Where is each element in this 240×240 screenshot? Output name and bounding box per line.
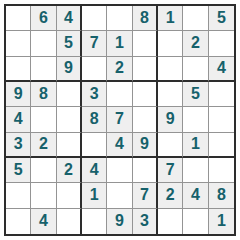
- cell-r6c1[interactable]: 3: [6, 133, 31, 158]
- cell-r9c6[interactable]: 3: [133, 209, 158, 234]
- cell-r7c6[interactable]: [133, 158, 158, 183]
- cell-r5c3[interactable]: [57, 107, 82, 132]
- cell-r5c1[interactable]: 4: [6, 107, 31, 132]
- cell-r6c3[interactable]: [57, 133, 82, 158]
- cell-r4c7[interactable]: [158, 82, 183, 107]
- cell-r7c3[interactable]: 2: [57, 158, 82, 183]
- cell-r9c7[interactable]: [158, 209, 183, 234]
- cell-r3c4[interactable]: [82, 57, 107, 82]
- cell-r3c5[interactable]: 2: [107, 57, 132, 82]
- cell-r3c2[interactable]: [31, 57, 56, 82]
- cell-r1c8[interactable]: [183, 6, 208, 31]
- cell-r8c2[interactable]: [31, 183, 56, 208]
- cell-r5c5[interactable]: 7: [107, 107, 132, 132]
- cell-r5c7[interactable]: 9: [158, 107, 183, 132]
- cell-r9c5[interactable]: 9: [107, 209, 132, 234]
- cell-r4c2[interactable]: 8: [31, 82, 56, 107]
- cell-r3c8[interactable]: [183, 57, 208, 82]
- cell-r9c9[interactable]: 1: [209, 209, 234, 234]
- cell-r9c1[interactable]: [6, 209, 31, 234]
- cell-r2c6[interactable]: [133, 31, 158, 56]
- cell-r1c6[interactable]: 8: [133, 6, 158, 31]
- cell-r5c8[interactable]: [183, 107, 208, 132]
- cell-r1c1[interactable]: [6, 6, 31, 31]
- cell-r7c4[interactable]: 4: [82, 158, 107, 183]
- cell-r7c5[interactable]: [107, 158, 132, 183]
- cell-r8c8[interactable]: 4: [183, 183, 208, 208]
- cell-r6c7[interactable]: [158, 133, 183, 158]
- cell-r4c9[interactable]: [209, 82, 234, 107]
- cell-r2c8[interactable]: 2: [183, 31, 208, 56]
- cell-r2c3[interactable]: 5: [57, 31, 82, 56]
- cell-r4c6[interactable]: [133, 82, 158, 107]
- cell-r3c7[interactable]: [158, 57, 183, 82]
- cell-r7c1[interactable]: 5: [6, 158, 31, 183]
- cell-r2c1[interactable]: [6, 31, 31, 56]
- cell-r3c1[interactable]: [6, 57, 31, 82]
- cell-r7c2[interactable]: [31, 158, 56, 183]
- cell-r7c7[interactable]: 7: [158, 158, 183, 183]
- cell-r6c8[interactable]: 1: [183, 133, 208, 158]
- cell-r8c1[interactable]: [6, 183, 31, 208]
- cell-r6c6[interactable]: 9: [133, 133, 158, 158]
- cell-r7c9[interactable]: [209, 158, 234, 183]
- cell-r6c2[interactable]: 2: [31, 133, 56, 158]
- cell-r8c4[interactable]: 1: [82, 183, 107, 208]
- cell-r3c9[interactable]: 4: [209, 57, 234, 82]
- sudoku-page: 64815571292498354879324915247172484931: [0, 0, 240, 240]
- cell-r6c4[interactable]: [82, 133, 107, 158]
- cell-r9c3[interactable]: [57, 209, 82, 234]
- cell-r4c8[interactable]: 5: [183, 82, 208, 107]
- cell-r1c7[interactable]: 1: [158, 6, 183, 31]
- cell-r2c5[interactable]: 1: [107, 31, 132, 56]
- cell-r2c7[interactable]: [158, 31, 183, 56]
- cell-r4c4[interactable]: 3: [82, 82, 107, 107]
- cell-r8c9[interactable]: 8: [209, 183, 234, 208]
- cell-r4c5[interactable]: [107, 82, 132, 107]
- cell-r1c4[interactable]: [82, 6, 107, 31]
- cell-r2c4[interactable]: 7: [82, 31, 107, 56]
- cell-r2c2[interactable]: [31, 31, 56, 56]
- cell-r5c6[interactable]: [133, 107, 158, 132]
- cell-r1c9[interactable]: 5: [209, 6, 234, 31]
- cell-r9c2[interactable]: 4: [31, 209, 56, 234]
- cell-r4c1[interactable]: 9: [6, 82, 31, 107]
- cell-r9c4[interactable]: [82, 209, 107, 234]
- cell-r5c2[interactable]: [31, 107, 56, 132]
- cell-r2c9[interactable]: [209, 31, 234, 56]
- cell-r1c5[interactable]: [107, 6, 132, 31]
- cell-r6c9[interactable]: [209, 133, 234, 158]
- cell-r8c6[interactable]: 7: [133, 183, 158, 208]
- cell-r8c7[interactable]: 2: [158, 183, 183, 208]
- cell-r3c3[interactable]: 9: [57, 57, 82, 82]
- cell-r8c3[interactable]: [57, 183, 82, 208]
- cell-r5c9[interactable]: [209, 107, 234, 132]
- cell-r8c5[interactable]: [107, 183, 132, 208]
- cell-r6c5[interactable]: 4: [107, 133, 132, 158]
- cell-r9c8[interactable]: [183, 209, 208, 234]
- sudoku-board: 64815571292498354879324915247172484931: [4, 4, 236, 236]
- cell-r5c4[interactable]: 8: [82, 107, 107, 132]
- cell-r7c8[interactable]: [183, 158, 208, 183]
- cell-r4c3[interactable]: [57, 82, 82, 107]
- cell-r1c3[interactable]: 4: [57, 6, 82, 31]
- cell-r3c6[interactable]: [133, 57, 158, 82]
- cell-r1c2[interactable]: 6: [31, 6, 56, 31]
